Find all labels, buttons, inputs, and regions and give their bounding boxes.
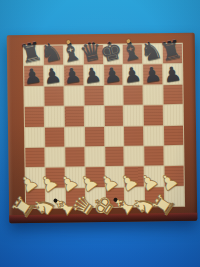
black-pawn: ♟ [102,63,123,86]
black-pawn: ♟ [42,64,63,87]
black-pawn: ♟ [62,64,83,87]
square-h6 [164,85,183,105]
square-g4 [144,126,163,146]
square-b7: ♟ [44,66,63,86]
square-c7: ♟ [64,66,83,86]
square-h3 [164,146,183,166]
black-pawn: ♟ [161,63,182,86]
square-g5 [144,105,163,125]
square-h5 [164,105,183,125]
square-g7: ♟ [143,65,162,85]
square-b3 [45,147,64,167]
square-e7: ♟ [104,65,123,85]
black-pawn: ♟ [122,63,143,86]
square-f3 [125,146,144,166]
square-g3 [145,146,164,166]
square-e3 [105,147,124,167]
square-h4 [164,125,183,145]
square-f4 [124,126,143,146]
square-f6 [124,85,143,105]
square-d4 [85,126,104,146]
photo-background: ♜♞♝♛♚♝♞♜♟♟♟♟♟♟♟♟♟♟♟♟♟♟♟♟♜♞♝♛♚♝♞♜ [0,0,200,267]
square-c3 [65,147,84,167]
square-a5 [25,107,44,127]
square-b5 [45,107,64,127]
square-h2: ♟ [165,166,184,186]
board-squares: ♜♞♝♛♚♝♞♜♟♟♟♟♟♟♟♟♟♟♟♟♟♟♟♟♜♞♝♛♚♝♞♜ [23,43,185,209]
square-h7: ♟ [163,64,182,84]
black-pawn: ♟ [141,63,162,86]
square-c4 [65,127,84,147]
chess-board: ♜♞♝♛♚♝♞♜♟♟♟♟♟♟♟♟♟♟♟♟♟♟♟♟♜♞♝♛♚♝♞♜ [7,33,198,224]
square-c5 [64,106,83,126]
square-e5 [104,106,123,126]
square-b4 [45,127,64,147]
square-a7: ♟ [24,66,43,86]
square-e6 [104,85,123,105]
square-g6 [144,85,163,105]
square-c6 [64,86,83,106]
square-e4 [104,126,123,146]
black-pawn: ♟ [82,64,103,87]
square-d7: ♟ [84,65,103,85]
black-pawn: ♟ [22,65,43,88]
square-f7: ♟ [123,65,142,85]
square-b6 [44,86,63,106]
square-d3 [85,147,104,167]
square-a3 [25,148,44,168]
square-f5 [124,106,143,126]
square-d6 [84,86,103,106]
square-d5 [84,106,103,126]
square-a6 [24,87,43,107]
square-a4 [25,127,44,147]
